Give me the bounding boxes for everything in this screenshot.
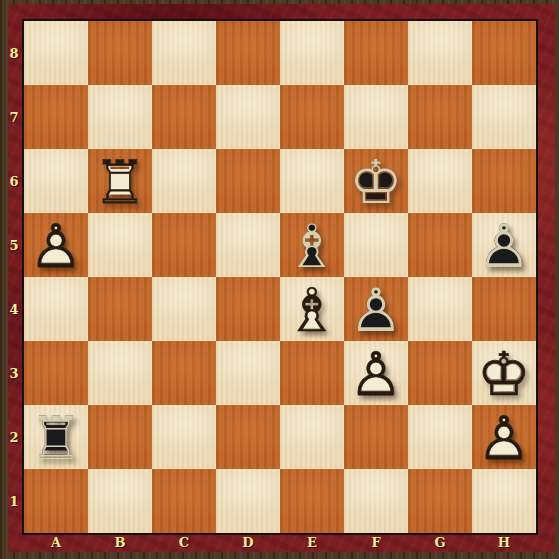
square-c5[interactable]	[152, 213, 216, 277]
square-h3[interactable]: ♚♔	[472, 341, 536, 405]
square-h8[interactable]	[472, 21, 536, 85]
white-pawn-glyph-fill: ♟	[344, 342, 408, 406]
square-h1[interactable]	[472, 469, 536, 533]
rank-label-7: 7	[6, 85, 22, 149]
square-a3[interactable]	[24, 341, 88, 405]
piece-black-king[interactable]: ♚♔	[344, 149, 408, 213]
rank-label-2: 2	[6, 405, 22, 469]
rank-label-6: 6	[6, 149, 22, 213]
file-label-h: H	[472, 533, 536, 552]
square-f4[interactable]: ♟♙	[344, 277, 408, 341]
square-g4[interactable]	[408, 277, 472, 341]
square-f2[interactable]	[344, 405, 408, 469]
rank-label-5: 5	[6, 213, 22, 277]
square-e3[interactable]	[280, 341, 344, 405]
white-bishop-glyph-fill: ♝	[280, 278, 344, 342]
square-g6[interactable]	[408, 149, 472, 213]
square-a2[interactable]: ♜♖	[24, 405, 88, 469]
piece-black-rook[interactable]: ♜♖	[24, 405, 88, 469]
square-e7[interactable]	[280, 85, 344, 149]
rank-label-4: 4	[6, 277, 22, 341]
square-h2[interactable]: ♟♙	[472, 405, 536, 469]
board: ♜♖♚♔♟♙♝♗♟♙♝♗♟♙♟♙♚♔♜♖♟♙	[22, 19, 538, 535]
rank-label-1: 1	[6, 469, 22, 533]
square-f3[interactable]: ♟♙	[344, 341, 408, 405]
file-label-d: D	[216, 533, 280, 552]
rank-label-8: 8	[6, 21, 22, 85]
black-pawn-glyph-fill: ♟	[472, 214, 536, 278]
black-rook-glyph-fill: ♜	[24, 406, 88, 470]
white-king-glyph-outline: ♔	[472, 342, 536, 406]
square-d4[interactable]	[216, 277, 280, 341]
piece-white-pawn[interactable]: ♟♙	[24, 213, 88, 277]
square-c7[interactable]	[152, 85, 216, 149]
square-a8[interactable]	[24, 21, 88, 85]
square-d3[interactable]	[216, 341, 280, 405]
black-king-glyph-fill: ♚	[344, 150, 408, 214]
square-c2[interactable]	[152, 405, 216, 469]
square-g8[interactable]	[408, 21, 472, 85]
rank-label-3: 3	[6, 341, 22, 405]
white-pawn-glyph-fill: ♟	[24, 214, 88, 278]
square-d8[interactable]	[216, 21, 280, 85]
square-g5[interactable]	[408, 213, 472, 277]
square-d7[interactable]	[216, 85, 280, 149]
chessboard-app: ♜♖♚♔♟♙♝♗♟♙♝♗♟♙♟♙♚♔♜♖♟♙ 87654321 ABCDEFGH	[0, 0, 559, 559]
piece-white-pawn[interactable]: ♟♙	[344, 341, 408, 405]
file-labels: ABCDEFGH	[24, 533, 536, 552]
piece-black-pawn[interactable]: ♟♙	[472, 213, 536, 277]
square-h6[interactable]	[472, 149, 536, 213]
square-e2[interactable]	[280, 405, 344, 469]
piece-black-bishop[interactable]: ♝♗	[280, 213, 344, 277]
black-pawn-glyph-outline: ♙	[344, 278, 408, 342]
square-h5[interactable]: ♟♙	[472, 213, 536, 277]
square-d5[interactable]	[216, 213, 280, 277]
square-a7[interactable]	[24, 85, 88, 149]
square-b4[interactable]	[88, 277, 152, 341]
file-label-g: G	[408, 533, 472, 552]
square-g2[interactable]	[408, 405, 472, 469]
square-f1[interactable]	[344, 469, 408, 533]
square-a1[interactable]	[24, 469, 88, 533]
rank-labels: 87654321	[6, 21, 22, 533]
white-pawn-glyph-fill: ♟	[472, 406, 536, 470]
square-b5[interactable]	[88, 213, 152, 277]
square-a4[interactable]	[24, 277, 88, 341]
black-bishop-glyph-fill: ♝	[280, 214, 344, 278]
square-c8[interactable]	[152, 21, 216, 85]
file-label-e: E	[280, 533, 344, 552]
square-e1[interactable]	[280, 469, 344, 533]
square-a5[interactable]: ♟♙	[24, 213, 88, 277]
file-label-a: A	[24, 533, 88, 552]
square-g3[interactable]	[408, 341, 472, 405]
piece-white-bishop[interactable]: ♝♗	[280, 277, 344, 341]
square-e6[interactable]	[280, 149, 344, 213]
square-b3[interactable]	[88, 341, 152, 405]
black-pawn-glyph-fill: ♟	[344, 278, 408, 342]
square-f6[interactable]: ♚♔	[344, 149, 408, 213]
white-pawn-glyph-outline: ♙	[344, 342, 408, 406]
square-d1[interactable]	[216, 469, 280, 533]
piece-white-king[interactable]: ♚♔	[472, 341, 536, 405]
black-pawn-glyph-outline: ♙	[472, 214, 536, 278]
white-rook-glyph-fill: ♜	[88, 150, 152, 214]
black-rook-glyph-outline: ♖	[24, 406, 88, 470]
square-c4[interactable]	[152, 277, 216, 341]
square-b7[interactable]	[88, 85, 152, 149]
square-f8[interactable]	[344, 21, 408, 85]
file-label-b: B	[88, 533, 152, 552]
white-pawn-glyph-outline: ♙	[24, 214, 88, 278]
piece-white-pawn[interactable]: ♟♙	[472, 405, 536, 469]
square-h4[interactable]	[472, 277, 536, 341]
square-d6[interactable]	[216, 149, 280, 213]
black-bishop-glyph-outline: ♗	[280, 214, 344, 278]
file-label-c: C	[152, 533, 216, 552]
piece-black-pawn[interactable]: ♟♙	[344, 277, 408, 341]
file-label-f: F	[344, 533, 408, 552]
square-g1[interactable]	[408, 469, 472, 533]
square-d2[interactable]	[216, 405, 280, 469]
square-e8[interactable]	[280, 21, 344, 85]
black-king-glyph-outline: ♔	[344, 150, 408, 214]
white-rook-glyph-outline: ♖	[88, 150, 152, 214]
square-e5[interactable]: ♝♗	[280, 213, 344, 277]
white-bishop-glyph-outline: ♗	[280, 278, 344, 342]
square-h7[interactable]	[472, 85, 536, 149]
square-b2[interactable]	[88, 405, 152, 469]
square-e4[interactable]: ♝♗	[280, 277, 344, 341]
square-c6[interactable]	[152, 149, 216, 213]
square-f7[interactable]	[344, 85, 408, 149]
square-b1[interactable]	[88, 469, 152, 533]
square-g7[interactable]	[408, 85, 472, 149]
square-a6[interactable]	[24, 149, 88, 213]
square-c1[interactable]	[152, 469, 216, 533]
piece-white-rook[interactable]: ♜♖	[88, 149, 152, 213]
square-b6[interactable]: ♜♖	[88, 149, 152, 213]
square-f5[interactable]	[344, 213, 408, 277]
square-c3[interactable]	[152, 341, 216, 405]
white-king-glyph-fill: ♚	[472, 342, 536, 406]
square-b8[interactable]	[88, 21, 152, 85]
white-pawn-glyph-outline: ♙	[472, 406, 536, 470]
